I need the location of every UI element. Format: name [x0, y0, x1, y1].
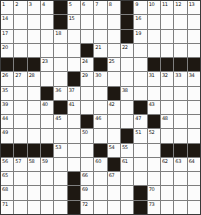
grid-cell-r12c3[interactable]: 58 — [28, 158, 40, 171]
grid-cell-r6c2[interactable]: 27 — [14, 72, 26, 85]
grid-cell-r14c13[interactable] — [161, 186, 173, 199]
grid-cell-r11c7[interactable] — [81, 144, 93, 157]
grid-cell-r7c12[interactable] — [148, 87, 160, 100]
grid-cell-r14c10[interactable] — [121, 186, 133, 199]
grid-cell-r14c7[interactable]: 69 — [81, 186, 93, 199]
clue-number: 13 — [189, 1, 195, 7]
clue-number: 46 — [95, 115, 101, 121]
black-square-r7c9 — [108, 87, 120, 100]
grid-cell-r1c2[interactable]: 2 — [14, 1, 26, 14]
grid-cell-r2c7[interactable] — [81, 15, 93, 28]
crossword-board: 1234567891011121314151617181920212223242… — [0, 0, 201, 215]
grid-cell-r3c13[interactable] — [161, 30, 173, 43]
grid-cell-r7c10[interactable]: 38 — [121, 87, 133, 100]
clue-number: 27 — [15, 72, 21, 78]
black-square-r12c9 — [108, 158, 120, 171]
grid-cell-r9c5[interactable]: 45 — [54, 115, 66, 128]
grid-cell-r1c8[interactable]: 7 — [94, 1, 106, 14]
grid-cell-r1c9[interactable]: 8 — [108, 1, 120, 14]
black-square-r5c15 — [188, 58, 200, 71]
clue-number: 65 — [2, 172, 8, 178]
grid-cell-r10c6[interactable] — [68, 129, 80, 142]
grid-cell-r4c3[interactable] — [28, 44, 40, 57]
clue-number: 54 — [109, 144, 115, 150]
grid-cell-r10c2[interactable] — [14, 129, 26, 142]
grid-cell-r7c1[interactable]: 35 — [1, 87, 13, 100]
clue-number: 3 — [29, 1, 32, 7]
grid-cell-r7c15[interactable] — [188, 87, 200, 100]
clue-number: 7 — [95, 1, 98, 7]
grid-cell-r6c13[interactable]: 32 — [161, 72, 173, 85]
grid-cell-r15c13[interactable] — [161, 201, 173, 214]
grid-cell-r9c2[interactable] — [14, 115, 26, 128]
clue-number: 53 — [55, 144, 61, 150]
grid-cell-r14c8[interactable] — [94, 186, 106, 199]
clue-number: 34 — [189, 72, 195, 78]
grid-cell-r1c12[interactable]: 10 — [148, 1, 160, 14]
black-square-r11c14 — [174, 144, 186, 157]
clue-number: 37 — [69, 87, 75, 93]
clue-number: 15 — [69, 15, 75, 21]
clue-number: 1 — [2, 1, 5, 7]
grid-cell-r15c3[interactable] — [28, 201, 40, 214]
grid-cell-r6c9[interactable] — [108, 72, 120, 85]
grid-cell-r13c11[interactable] — [134, 172, 146, 185]
clue-number: 71 — [2, 201, 8, 207]
grid-cell-r9c14[interactable] — [174, 115, 186, 128]
black-square-r8c11 — [134, 101, 146, 114]
clue-number: 44 — [2, 115, 8, 121]
grid-cell-r13c2[interactable] — [14, 172, 26, 185]
grid-cell-r1c13[interactable]: 11 — [161, 1, 173, 14]
grid-cell-r10c7[interactable]: 50 — [81, 129, 93, 142]
clue-number: 6 — [82, 1, 85, 7]
grid-cell-r12c11[interactable] — [134, 158, 146, 171]
grid-cell-r13c7[interactable]: 66 — [81, 172, 93, 185]
grid-cell-r2c9[interactable] — [108, 15, 120, 28]
grid-cell-r6c1[interactable]: 26 — [1, 72, 13, 85]
clue-number: 68 — [2, 186, 8, 192]
grid-cell-r8c4[interactable]: 40 — [41, 101, 53, 114]
clue-number: 38 — [122, 87, 128, 93]
grid-cell-r7c2[interactable] — [14, 87, 26, 100]
grid-cell-r3c15[interactable] — [188, 30, 200, 43]
grid-cell-r11c6[interactable] — [68, 144, 80, 157]
grid-cell-r8c3[interactable] — [28, 101, 40, 114]
grid-cell-r2c15[interactable] — [188, 15, 200, 28]
clue-number: 20 — [2, 44, 8, 50]
grid-cell-r10c5[interactable] — [54, 129, 66, 142]
clue-number: 29 — [82, 72, 88, 78]
grid-cell-r15c1[interactable]: 71 — [1, 201, 13, 214]
grid-cell-r4c9[interactable] — [108, 44, 120, 57]
grid-cell-r4c15[interactable] — [188, 44, 200, 57]
grid-cell-r13c8[interactable] — [94, 172, 106, 185]
clue-number: 56 — [2, 158, 8, 164]
clue-number: 33 — [175, 72, 181, 78]
clue-number: 62 — [162, 158, 168, 164]
grid-cell-r10c15[interactable] — [188, 129, 200, 142]
clue-number: 47 — [135, 115, 141, 121]
grid-cell-r14c2[interactable] — [14, 186, 26, 199]
clue-number: 63 — [175, 158, 181, 164]
grid-cell-r15c12[interactable]: 73 — [148, 201, 160, 214]
grid-cell-r4c12[interactable] — [148, 44, 160, 57]
black-square-r2c5 — [54, 15, 66, 28]
grid-cell-r3c3[interactable] — [28, 30, 40, 43]
grid-cell-r11c11[interactable] — [134, 144, 146, 157]
grid-cell-r7c8[interactable] — [94, 87, 106, 100]
grid-cell-r4c14[interactable] — [174, 44, 186, 57]
black-square-r15c11 — [134, 201, 146, 214]
clue-number: 8 — [109, 1, 112, 7]
grid-cell-r1c14[interactable]: 12 — [174, 1, 186, 14]
grid-cell-r6c11[interactable] — [134, 72, 146, 85]
grid-cell-r9c15[interactable] — [188, 115, 200, 128]
grid-cell-r14c1[interactable]: 68 — [1, 186, 13, 199]
grid-cell-r13c4[interactable] — [41, 172, 53, 185]
grid-cell-r13c9[interactable]: 67 — [108, 172, 120, 185]
clue-number: 72 — [82, 201, 88, 207]
grid-cell-r5c5[interactable] — [54, 58, 66, 71]
grid-cell-r12c6[interactable] — [68, 158, 80, 171]
grid-cell-r4c6[interactable] — [68, 44, 80, 57]
grid-cell-r5c4[interactable]: 23 — [41, 58, 53, 71]
grid-cell-r14c9[interactable] — [108, 186, 120, 199]
grid-cell-r12c15[interactable]: 64 — [188, 158, 200, 171]
grid-cell-r6c7[interactable]: 29 — [81, 72, 93, 85]
grid-cell-r10c8[interactable] — [94, 129, 106, 142]
clue-number: 17 — [2, 30, 8, 36]
grid-cell-r4c2[interactable] — [14, 44, 26, 57]
grid-cell-r9c3[interactable] — [28, 115, 40, 128]
black-square-r8c5 — [54, 101, 66, 114]
grid-cell-r12c5[interactable] — [54, 158, 66, 171]
grid-cell-r12c10[interactable]: 61 — [121, 158, 133, 171]
clue-number: 45 — [55, 115, 61, 121]
grid-cell-r1c1[interactable]: 1 — [1, 1, 13, 14]
black-square-r11c15 — [188, 144, 200, 157]
grid-cell-r6c14[interactable]: 33 — [174, 72, 186, 85]
black-square-r9c7 — [81, 115, 93, 128]
clue-number: 40 — [42, 101, 48, 107]
clue-number: 16 — [135, 15, 141, 21]
black-square-r3c10 — [121, 30, 133, 43]
grid-cell-r15c4[interactable] — [41, 201, 53, 214]
grid-cell-r7c11[interactable] — [134, 87, 146, 100]
clue-number: 10 — [149, 1, 155, 7]
grid-cell-r13c15[interactable] — [188, 172, 200, 185]
grid-cell-r8c1[interactable]: 39 — [1, 101, 13, 114]
grid-cell-r2c12[interactable] — [148, 15, 160, 28]
black-square-r13c6 — [68, 172, 80, 185]
grid-cell-r1c4[interactable]: 4 — [41, 1, 53, 14]
grid-cell-r11c12[interactable] — [148, 144, 160, 157]
grid-cell-r12c13[interactable]: 62 — [161, 158, 173, 171]
clue-number: 32 — [162, 72, 168, 78]
grid-cell-r5c6[interactable] — [68, 58, 80, 71]
grid-cell-r11c10[interactable]: 55 — [121, 144, 133, 157]
grid-cell-r3c8[interactable] — [94, 30, 106, 43]
clue-number: 35 — [2, 87, 8, 93]
grid-cell-r8c15[interactable] — [188, 101, 200, 114]
black-square-r5c1 — [1, 58, 13, 71]
grid-cell-r3c14[interactable] — [174, 30, 186, 43]
clue-number: 51 — [135, 129, 141, 135]
clue-number: 67 — [109, 172, 115, 178]
black-square-r2c10 — [121, 15, 133, 28]
grid-cell-r8c7[interactable] — [81, 101, 93, 114]
grid-cell-r10c3[interactable] — [28, 129, 40, 142]
grid-cell-r15c9[interactable] — [108, 201, 120, 214]
black-square-r10c10 — [121, 129, 133, 142]
grid-cell-r13c3[interactable] — [28, 172, 40, 185]
clue-number: 36 — [55, 87, 61, 93]
black-square-r5c8 — [94, 58, 106, 71]
clue-number: 41 — [69, 101, 75, 107]
grid-cell-r14c12[interactable]: 70 — [148, 186, 160, 199]
grid-cell-r12c7[interactable] — [81, 158, 93, 171]
grid-cell-r4c8[interactable]: 21 — [94, 44, 106, 57]
black-square-r6c6 — [68, 72, 80, 85]
clue-number: 60 — [95, 158, 101, 164]
clue-number: 4 — [42, 1, 45, 7]
grid-cell-r1c15[interactable]: 13 — [188, 1, 200, 14]
black-square-r5c2 — [14, 58, 26, 71]
grid-cell-r12c1[interactable]: 56 — [1, 158, 13, 171]
clue-number: 11 — [162, 1, 168, 7]
black-square-r5c13 — [161, 58, 173, 71]
grid-cell-r9c8[interactable]: 46 — [94, 115, 106, 128]
clue-number: 69 — [82, 186, 88, 192]
grid-cell-r8c12[interactable]: 43 — [148, 101, 160, 114]
grid-cell-r15c15[interactable] — [188, 201, 200, 214]
grid-cell-r14c4[interactable] — [41, 186, 53, 199]
black-square-r11c13 — [161, 144, 173, 157]
clue-number: 39 — [2, 101, 8, 107]
grid-cell-r2c3[interactable] — [28, 15, 40, 28]
clue-number: 14 — [2, 15, 8, 21]
grid-cell-r8c13[interactable] — [161, 101, 173, 114]
grid-cell-r7c7[interactable] — [81, 87, 93, 100]
black-square-r14c11 — [134, 186, 146, 199]
grid-cell-r6c12[interactable]: 31 — [148, 72, 160, 85]
clue-number: 23 — [42, 58, 48, 64]
grid-cell-r15c5[interactable] — [54, 201, 66, 214]
grid-cell-r4c11[interactable] — [134, 44, 146, 57]
black-square-r5c3 — [28, 58, 40, 71]
grid-cell-r7c13[interactable] — [161, 87, 173, 100]
grid-cell-r3c4[interactable] — [41, 30, 53, 43]
clue-number: 64 — [189, 158, 195, 164]
grid-cell-r2c4[interactable] — [41, 15, 53, 28]
grid-cell-r11c5[interactable]: 53 — [54, 144, 66, 157]
clue-number: 59 — [42, 158, 48, 164]
grid-cell-r10c12[interactable]: 52 — [148, 129, 160, 142]
grid-cell-r8c10[interactable] — [121, 101, 133, 114]
grid-cell-r6c15[interactable]: 34 — [188, 72, 200, 85]
grid-cell-r7c5[interactable]: 36 — [54, 87, 66, 100]
grid-cell-r4c4[interactable] — [41, 44, 53, 57]
grid-cell-r13c14[interactable] — [174, 172, 186, 185]
black-square-r14c6 — [68, 186, 80, 199]
grid-cell-r1c3[interactable]: 3 — [28, 1, 40, 14]
clue-number: 30 — [95, 72, 101, 78]
clue-number: 31 — [149, 72, 155, 78]
grid-cell-r5c10[interactable] — [121, 58, 133, 71]
grid-cell-r9c10[interactable] — [121, 115, 133, 128]
grid-cell-r12c8[interactable]: 60 — [94, 158, 106, 171]
grid-cell-r12c12[interactable] — [148, 158, 160, 171]
grid-cell-r10c14[interactable] — [174, 129, 186, 142]
grid-cell-r12c2[interactable]: 57 — [14, 158, 26, 171]
grid-cell-r5c7[interactable]: 24 — [81, 58, 93, 71]
grid-cell-r3c11[interactable]: 19 — [134, 30, 146, 43]
clue-number: 12 — [175, 1, 181, 7]
grid-cell-r2c13[interactable] — [161, 15, 173, 28]
grid-cell-r15c2[interactable] — [14, 201, 26, 214]
clue-number: 61 — [122, 158, 128, 164]
grid-cell-r2c8[interactable] — [94, 15, 106, 28]
grid-cell-r3c1[interactable]: 17 — [1, 30, 13, 43]
clue-number: 9 — [135, 1, 138, 7]
black-square-r5c14 — [174, 58, 186, 71]
clue-number: 73 — [149, 201, 155, 207]
grid-cell-r12c4[interactable]: 59 — [41, 158, 53, 171]
black-square-r7c4 — [41, 87, 53, 100]
black-square-r9c12 — [148, 115, 160, 128]
clue-number: 52 — [149, 129, 155, 135]
clue-number: 22 — [122, 44, 128, 50]
clue-number: 70 — [149, 186, 155, 192]
grid-cell-r4c13[interactable] — [161, 44, 173, 57]
grid-cell-r10c11[interactable]: 51 — [134, 129, 146, 142]
grid-cell-r13c12[interactable] — [148, 172, 160, 185]
black-square-r11c8 — [94, 144, 106, 157]
grid-cell-r15c14[interactable] — [174, 201, 186, 214]
grid-cell-r3c2[interactable] — [14, 30, 26, 43]
black-square-r11c1 — [1, 144, 13, 157]
grid-cell-r8c6[interactable]: 41 — [68, 101, 80, 114]
grid-cell-r11c9[interactable]: 54 — [108, 144, 120, 157]
clue-number: 5 — [69, 1, 72, 7]
grid-cell-r5c11[interactable] — [134, 58, 146, 71]
black-square-r4c7 — [81, 44, 93, 57]
grid-cell-r15c8[interactable] — [94, 201, 106, 214]
grid-cell-r3c9[interactable] — [108, 30, 120, 43]
grid-cell-r1c7[interactable]: 6 — [81, 1, 93, 14]
grid-cell-r2c2[interactable] — [14, 15, 26, 28]
grid-cell-r8c14[interactable] — [174, 101, 186, 114]
clue-number: 21 — [95, 44, 101, 50]
grid-cell-r10c4[interactable] — [41, 129, 53, 142]
grid-cell-r7c14[interactable] — [174, 87, 186, 100]
grid-cell-r9c11[interactable]: 47 — [134, 115, 146, 128]
clue-number: 26 — [2, 72, 8, 78]
black-square-r11c3 — [28, 144, 40, 157]
clue-number: 50 — [82, 129, 88, 135]
clue-number: 49 — [2, 129, 8, 135]
grid-cell-r13c1[interactable]: 65 — [1, 172, 13, 185]
black-square-r1c5 — [54, 1, 66, 14]
grid-cell-r8c9[interactable]: 42 — [108, 101, 120, 114]
clue-number: 2 — [15, 1, 18, 7]
grid-cell-r15c7[interactable]: 72 — [81, 201, 93, 214]
clue-number: 19 — [135, 30, 141, 36]
black-square-r15c6 — [68, 201, 80, 214]
grid-cell-r2c14[interactable] — [174, 15, 186, 28]
grid-cell-r13c5[interactable] — [54, 172, 66, 185]
black-square-r11c2 — [14, 144, 26, 157]
black-square-r11c4 — [41, 144, 53, 157]
grid-cell-r4c5[interactable] — [54, 44, 66, 57]
grid-cell-r9c6[interactable] — [68, 115, 80, 128]
clue-number: 43 — [149, 101, 155, 107]
clue-number: 25 — [109, 58, 115, 64]
grid-cell-r2c6[interactable]: 15 — [68, 15, 80, 28]
clue-number: 18 — [55, 30, 61, 36]
grid-cell-r9c1[interactable]: 44 — [1, 115, 13, 128]
grid-cell-r6c5[interactable] — [54, 72, 66, 85]
grid-cell-r8c8[interactable] — [94, 101, 106, 114]
clue-number: 55 — [122, 144, 128, 150]
clue-number: 42 — [109, 101, 115, 107]
grid-cell-r14c15[interactable] — [188, 186, 200, 199]
grid-cell-r2c1[interactable]: 14 — [1, 15, 13, 28]
grid-cell-r10c13[interactable] — [161, 129, 173, 142]
grid-cell-r6c3[interactable]: 28 — [28, 72, 40, 85]
grid-cell-r9c4[interactable] — [41, 115, 53, 128]
clue-number: 57 — [15, 158, 21, 164]
grid-cell-r9c9[interactable] — [108, 115, 120, 128]
grid-cell-r12c14[interactable]: 63 — [174, 158, 186, 171]
grid-cell-r4c10[interactable]: 22 — [121, 44, 133, 57]
grid-cell-r14c5[interactable] — [54, 186, 66, 199]
grid-cell-r10c1[interactable]: 49 — [1, 129, 13, 142]
clue-number: 24 — [82, 58, 88, 64]
grid-cell-r5c9[interactable]: 25 — [108, 58, 120, 71]
clue-number: 28 — [29, 72, 35, 78]
grid-cell-r13c13[interactable] — [161, 172, 173, 185]
grid-cell-r3c6[interactable] — [68, 30, 80, 43]
clue-number: 48 — [162, 115, 168, 121]
grid-cell-r9c13[interactable]: 48 — [161, 115, 173, 128]
black-square-r1c10 — [121, 1, 133, 14]
grid-cell-r13c10[interactable] — [121, 172, 133, 185]
grid-cell-r1c6[interactable]: 5 — [68, 1, 80, 14]
grid-cell-r8c2[interactable] — [14, 101, 26, 114]
grid-cell-r3c7[interactable] — [81, 30, 93, 43]
grid-cell-r3c12[interactable] — [148, 30, 160, 43]
clue-number: 66 — [82, 172, 88, 178]
grid-cell-r1c11[interactable]: 9 — [134, 1, 146, 14]
grid-cell-r6c10[interactable] — [121, 72, 133, 85]
black-square-r5c12 — [148, 58, 160, 71]
grid-cell-r7c3[interactable] — [28, 87, 40, 100]
grid-cell-r15c10[interactable] — [121, 201, 133, 214]
grid-cell-r10c9[interactable] — [108, 129, 120, 142]
grid-cell-r14c14[interactable] — [174, 186, 186, 199]
grid-cell-r3c5[interactable]: 18 — [54, 30, 66, 43]
grid-cell-r14c3[interactable] — [28, 186, 40, 199]
clue-number: 58 — [29, 158, 35, 164]
grid-cell-r6c8[interactable]: 30 — [94, 72, 106, 85]
grid-cell-r6c4[interactable] — [41, 72, 53, 85]
grid-cell-r4c1[interactable]: 20 — [1, 44, 13, 57]
grid-cell-r7c6[interactable]: 37 — [68, 87, 80, 100]
grid-cell-r2c11[interactable]: 16 — [134, 15, 146, 28]
